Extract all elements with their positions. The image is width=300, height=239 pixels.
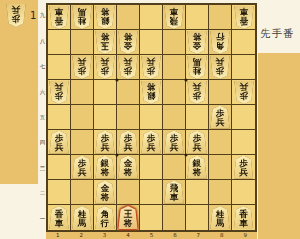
file-labels: 123456789: [46, 232, 257, 239]
square-1七[interactable]: [48, 55, 71, 80]
piece-face: 歩兵: [118, 56, 138, 79]
piece-kanji: 玉: [101, 41, 110, 50]
piece-kanji: 香: [239, 16, 248, 25]
square-4五[interactable]: [117, 105, 140, 130]
rank-label: 八: [39, 28, 46, 53]
piece-pawn-sente[interactable]: 歩兵: [95, 56, 115, 79]
piece-kanji: 銀: [101, 16, 110, 25]
piece-face: 歩兵: [95, 131, 115, 154]
shogi-app: 歩兵 1 九八七六五四三二一 香車桂馬銀将飛車香車玉将金将金将角行歩兵歩兵歩兵歩…: [0, 0, 300, 239]
piece-face: 金将: [118, 156, 138, 179]
square-4四[interactable]: 歩兵: [117, 130, 140, 155]
piece-face: 香車: [234, 206, 254, 229]
piece-bishop-sente[interactable]: 角行: [210, 31, 230, 54]
piece-kanji: 馬: [193, 57, 202, 66]
piece-face: 王将: [118, 206, 138, 229]
piece-kanji: 歩: [101, 66, 110, 75]
square-9九[interactable]: 香車: [232, 5, 255, 30]
gote-hand-tray: [258, 53, 300, 239]
piece-kanji: 金: [124, 41, 133, 50]
piece-kanji: 車: [170, 7, 179, 16]
square-9三[interactable]: 歩兵: [232, 155, 255, 180]
piece-kanji: 兵: [101, 143, 110, 152]
rank-label: 四: [39, 130, 46, 155]
piece-face: 歩兵: [234, 81, 254, 104]
piece-kanji: 行: [216, 32, 225, 41]
piece-kanji: 車: [55, 7, 64, 16]
piece-pawn-sente[interactable]: 歩兵: [234, 81, 254, 104]
rank-label: 五: [39, 105, 46, 130]
piece-pawn-sente[interactable]: 歩兵: [72, 56, 92, 79]
piece-pawn-gote[interactable]: 歩兵: [164, 131, 184, 154]
square-6四[interactable]: 歩兵: [163, 130, 186, 155]
piece-face: 飛車: [164, 181, 184, 204]
piece-kanji: 将: [101, 32, 110, 41]
piece-kanji: 兵: [78, 57, 87, 66]
piece-lance-sente[interactable]: 香車: [234, 6, 254, 29]
square-1五[interactable]: [48, 105, 71, 130]
square-1四[interactable]: 歩兵: [48, 130, 71, 155]
file-label: 1: [46, 232, 69, 239]
piece-kanji: 馬: [78, 7, 87, 16]
square-2五[interactable]: [71, 105, 94, 130]
piece-rook-gote[interactable]: 飛車: [164, 181, 184, 204]
piece-face: 歩兵: [210, 106, 230, 129]
square-4八[interactable]: 金将: [117, 30, 140, 55]
square-6五[interactable]: [163, 105, 186, 130]
square-4六[interactable]: [117, 80, 140, 105]
piece-kanji: 将: [101, 7, 110, 16]
piece-face: 金将: [187, 31, 207, 54]
piece-face: 角行: [95, 206, 115, 229]
piece-king-sente[interactable]: 玉将: [95, 31, 115, 54]
square-7八[interactable]: 金将: [186, 30, 209, 55]
piece-knight-sente[interactable]: 桂馬: [72, 6, 92, 29]
piece-kanji: 香: [55, 16, 64, 25]
rank-label: 一: [39, 207, 46, 232]
piece-kanji: 馬: [78, 219, 87, 228]
square-6八[interactable]: [163, 30, 186, 55]
piece-kanji: 兵: [216, 57, 225, 66]
square-8三[interactable]: [209, 155, 232, 180]
square-9八[interactable]: [232, 30, 255, 55]
piece-kanji: 兵: [124, 57, 133, 66]
piece-face: 歩兵: [95, 56, 115, 79]
piece-kanji: 兵: [170, 143, 179, 152]
square-8七[interactable]: 歩兵: [209, 55, 232, 80]
rank-label: 三: [39, 156, 46, 181]
square-5九[interactable]: [140, 5, 163, 30]
square-2九[interactable]: 桂馬: [71, 5, 94, 30]
file-label: 7: [187, 232, 210, 239]
piece-kanji: 将: [101, 193, 110, 202]
piece-gold-gote[interactable]: 金将: [95, 181, 115, 204]
piece-kanji: 兵: [216, 118, 225, 127]
piece-silver-gote[interactable]: 銀将: [95, 156, 115, 179]
square-6三[interactable]: [163, 155, 186, 180]
piece-kanji: 銀: [147, 91, 156, 100]
piece-pawn-gote[interactable]: 歩兵: [234, 156, 254, 179]
square-9二[interactable]: [232, 180, 255, 205]
piece-kanji: 歩: [12, 15, 21, 24]
square-3九[interactable]: 銀将: [94, 5, 117, 30]
piece-pawn-sente[interactable]: 歩兵: [6, 4, 26, 27]
sente-hand-tray: 歩兵 1: [0, 0, 38, 184]
piece-pawn-gote[interactable]: 歩兵: [118, 131, 138, 154]
piece-face: 歩兵: [234, 156, 254, 179]
square-7七[interactable]: 桂馬: [186, 55, 209, 80]
piece-kanji: 兵: [239, 168, 248, 177]
piece-silver-gote[interactable]: 銀将: [187, 156, 207, 179]
piece-pawn-sente[interactable]: 歩兵: [141, 56, 161, 79]
piece-face: 歩兵: [141, 131, 161, 154]
piece-kanji: 歩: [124, 66, 133, 75]
square-7六[interactable]: 歩兵: [186, 80, 209, 105]
piece-face: 歩兵: [141, 56, 161, 79]
piece-kanji: 将: [193, 32, 202, 41]
piece-kanji: 歩: [239, 91, 248, 100]
hand-piece-count: 1: [30, 10, 36, 21]
piece-kanji: 歩: [147, 66, 156, 75]
piece-silver-sente[interactable]: 銀将: [141, 81, 161, 104]
piece-knight-gote[interactable]: 桂馬: [72, 206, 92, 229]
piece-kanji: 桂: [193, 66, 202, 75]
square-9五[interactable]: [232, 105, 255, 130]
piece-face: 歩兵: [72, 156, 92, 179]
square-5四[interactable]: 歩兵: [140, 130, 163, 155]
piece-face: 歩兵: [187, 81, 207, 104]
square-8二[interactable]: [209, 180, 232, 205]
piece-kanji: 将: [124, 219, 133, 228]
square-5一[interactable]: [140, 205, 163, 230]
file-label: 9: [234, 232, 257, 239]
piece-kanji: 兵: [12, 6, 21, 15]
piece-face: 玉将: [95, 31, 115, 54]
square-6一[interactable]: [163, 205, 186, 230]
piece-gold-sente[interactable]: 金将: [187, 31, 207, 54]
piece-face: 香車: [234, 6, 254, 29]
square-4七[interactable]: 歩兵: [117, 55, 140, 80]
file-label: 8: [210, 232, 233, 239]
piece-face: 桂馬: [210, 206, 230, 229]
piece-pawn-gote[interactable]: 歩兵: [141, 131, 161, 154]
piece-face: 歩兵: [72, 56, 92, 79]
piece-pawn-gote[interactable]: 歩兵: [210, 106, 230, 129]
rank-label: 九: [39, 3, 46, 28]
piece-face: 桂馬: [72, 206, 92, 229]
square-8四[interactable]: [209, 130, 232, 155]
square-4一[interactable]: 王将: [117, 205, 140, 230]
piece-pawn-sente[interactable]: 歩兵: [187, 81, 207, 104]
piece-face: 金将: [118, 31, 138, 54]
piece-lance-gote[interactable]: 香車: [234, 206, 254, 229]
piece-face: 角行: [210, 31, 230, 54]
file-label: 6: [163, 232, 186, 239]
piece-face: 銀将: [95, 6, 115, 29]
piece-kanji: 兵: [193, 82, 202, 91]
piece-face: 金将: [95, 181, 115, 204]
square-8五[interactable]: 歩兵: [209, 105, 232, 130]
piece-silver-sente[interactable]: 銀将: [95, 6, 115, 29]
square-5二[interactable]: [140, 180, 163, 205]
piece-kanji: 兵: [101, 57, 110, 66]
piece-kanji: 兵: [124, 143, 133, 152]
shogi-board: 香車桂馬銀将飛車香車玉将金将金将角行歩兵歩兵歩兵歩兵桂馬歩兵歩兵銀将歩兵歩兵歩兵…: [46, 3, 257, 232]
square-6六[interactable]: [163, 80, 186, 105]
piece-kanji: 歩: [78, 66, 87, 75]
square-1三[interactable]: [48, 155, 71, 180]
piece-kanji: 桂: [78, 16, 87, 25]
piece-gold-sente[interactable]: 金将: [118, 31, 138, 54]
piece-kanji: 兵: [78, 168, 87, 177]
sente-hand-piece-slot: 歩兵: [6, 4, 26, 27]
file-label: 4: [116, 232, 139, 239]
piece-king-gote-last-move[interactable]: 王将: [118, 206, 138, 229]
piece-lance-gote[interactable]: 香車: [49, 206, 69, 229]
piece-kanji: 馬: [216, 219, 225, 228]
piece-kanji: 金: [193, 41, 202, 50]
rank-label: 六: [39, 79, 46, 104]
piece-kanji: 角: [216, 41, 225, 50]
square-1八[interactable]: [48, 30, 71, 55]
square-2一[interactable]: 桂馬: [71, 205, 94, 230]
rank-labels: 九八七六五四三二一: [39, 3, 46, 232]
square-9一[interactable]: 香車: [232, 205, 255, 230]
square-4二[interactable]: [117, 180, 140, 205]
square-2二[interactable]: [71, 180, 94, 205]
square-9四[interactable]: [232, 130, 255, 155]
file-label: 3: [93, 232, 116, 239]
rank-label: 二: [39, 181, 46, 206]
star-point: [115, 153, 118, 156]
square-6二[interactable]: 飛車: [163, 180, 186, 205]
square-9六[interactable]: 歩兵: [232, 80, 255, 105]
piece-face: 歩兵: [6, 4, 26, 27]
square-8九[interactable]: [209, 5, 232, 30]
square-5八[interactable]: [140, 30, 163, 55]
piece-pawn-sente[interactable]: 歩兵: [118, 56, 138, 79]
piece-kanji: 兵: [239, 82, 248, 91]
square-2六[interactable]: [71, 80, 94, 105]
piece-face: 桂馬: [72, 6, 92, 29]
piece-lance-sente[interactable]: 香車: [49, 6, 69, 29]
piece-face: 歩兵: [49, 131, 69, 154]
square-1二[interactable]: [48, 180, 71, 205]
piece-pawn-gote[interactable]: 歩兵: [187, 131, 207, 154]
piece-kanji: 車: [239, 219, 248, 228]
piece-face: 銀将: [141, 81, 161, 104]
square-7一[interactable]: [186, 205, 209, 230]
file-label: 2: [69, 232, 92, 239]
square-7五[interactable]: [186, 105, 209, 130]
piece-face: 香車: [49, 6, 69, 29]
square-3七[interactable]: 歩兵: [94, 55, 117, 80]
piece-kanji: 兵: [147, 57, 156, 66]
square-5五[interactable]: [140, 105, 163, 130]
piece-kanji: 将: [124, 32, 133, 41]
piece-kanji: 将: [193, 168, 202, 177]
piece-knight-sente[interactable]: 桂馬: [187, 56, 207, 79]
square-1六[interactable]: 歩兵: [48, 80, 71, 105]
square-7二[interactable]: [186, 180, 209, 205]
square-8六[interactable]: [209, 80, 232, 105]
piece-kanji: 歩: [216, 66, 225, 75]
piece-face: 銀将: [187, 156, 207, 179]
square-2三[interactable]: 歩兵: [71, 155, 94, 180]
piece-kanji: 歩: [55, 91, 64, 100]
square-1一[interactable]: 香車: [48, 205, 71, 230]
piece-knight-gote[interactable]: 桂馬: [210, 206, 230, 229]
piece-kanji: 飛: [170, 16, 179, 25]
square-2八[interactable]: [71, 30, 94, 55]
piece-rook-sente[interactable]: 飛車: [164, 6, 184, 29]
square-3三[interactable]: 銀将: [94, 155, 117, 180]
square-5三[interactable]: [140, 155, 163, 180]
square-2四[interactable]: [71, 130, 94, 155]
square-9七[interactable]: [232, 55, 255, 80]
square-7三[interactable]: 銀将: [186, 155, 209, 180]
square-7四[interactable]: 歩兵: [186, 130, 209, 155]
piece-kanji: 歩: [193, 91, 202, 100]
square-1九[interactable]: 香車: [48, 5, 71, 30]
square-5七[interactable]: 歩兵: [140, 55, 163, 80]
piece-pawn-sente[interactable]: 歩兵: [210, 56, 230, 79]
square-4九[interactable]: [117, 5, 140, 30]
square-3八[interactable]: 玉将: [94, 30, 117, 55]
file-label: 5: [140, 232, 163, 239]
piece-face: 桂馬: [187, 56, 207, 79]
piece-gold-gote[interactable]: 金将: [118, 156, 138, 179]
piece-pawn-gote[interactable]: 歩兵: [49, 131, 69, 154]
piece-kanji: 車: [170, 193, 179, 202]
piece-kanji: 車: [239, 7, 248, 16]
square-3二[interactable]: 金将: [94, 180, 117, 205]
square-4三[interactable]: 金将: [117, 155, 140, 180]
piece-face: 香車: [49, 206, 69, 229]
square-6九[interactable]: 飛車: [163, 5, 186, 30]
square-5六[interactable]: 銀将: [140, 80, 163, 105]
piece-face: 歩兵: [118, 131, 138, 154]
piece-kanji: 将: [147, 82, 156, 91]
square-7九[interactable]: [186, 5, 209, 30]
piece-kanji: 兵: [193, 143, 202, 152]
turn-indicator: 先手番: [260, 27, 295, 41]
square-3四[interactable]: 歩兵: [94, 130, 117, 155]
star-point: [184, 153, 187, 156]
piece-kanji: 将: [101, 168, 110, 177]
square-3五[interactable]: [94, 105, 117, 130]
piece-kanji: 将: [124, 168, 133, 177]
square-8八[interactable]: 角行: [209, 30, 232, 55]
piece-pawn-sente[interactable]: 歩兵: [49, 81, 69, 104]
piece-face: 飛車: [164, 6, 184, 29]
square-3六[interactable]: [94, 80, 117, 105]
rank-label: 七: [39, 54, 46, 79]
square-2七[interactable]: 歩兵: [71, 55, 94, 80]
piece-kanji: 車: [55, 219, 64, 228]
piece-kanji: 行: [101, 219, 110, 228]
star-point: [115, 78, 118, 81]
piece-face: 歩兵: [187, 131, 207, 154]
piece-face: 歩兵: [164, 131, 184, 154]
piece-face: 銀将: [95, 156, 115, 179]
square-3一[interactable]: 角行: [94, 205, 117, 230]
piece-kanji: 兵: [55, 82, 64, 91]
square-6七[interactable]: [163, 55, 186, 80]
square-8一[interactable]: 桂馬: [209, 205, 232, 230]
piece-kanji: 兵: [55, 143, 64, 152]
star-point: [184, 78, 187, 81]
piece-pawn-gote[interactable]: 歩兵: [72, 156, 92, 179]
piece-pawn-gote[interactable]: 歩兵: [95, 131, 115, 154]
piece-face: 歩兵: [49, 81, 69, 104]
piece-bishop-gote[interactable]: 角行: [95, 206, 115, 229]
piece-face: 歩兵: [210, 56, 230, 79]
piece-kanji: 兵: [147, 143, 156, 152]
